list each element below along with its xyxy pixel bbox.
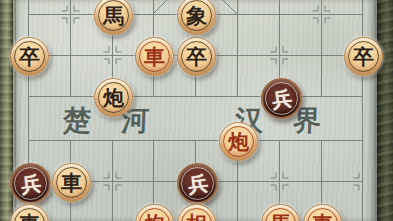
black-cannon[interactable]: 炮 [94, 78, 133, 117]
red-soldier[interactable]: 兵 [10, 163, 51, 204]
xiangqi-app-screenshot: 楚河 汉界 馬象卒車卒卒炮兵炮兵車兵車炮相馬車 [0, 0, 393, 221]
red-soldier[interactable]: 兵 [177, 163, 218, 204]
black-soldier[interactable]: 卒 [177, 37, 216, 76]
piece-character: 車 [19, 213, 40, 221]
red-chariot[interactable]: 車 [135, 37, 174, 76]
piece-character: 炮 [103, 87, 124, 108]
piece-character: 象 [186, 5, 207, 26]
black-soldier[interactable]: 卒 [344, 37, 383, 76]
piece-character: 炮 [228, 131, 249, 152]
piece-character: 兵 [186, 172, 208, 194]
piece-character: 車 [312, 213, 333, 221]
piece-character: 卒 [186, 46, 207, 67]
red-soldier[interactable]: 兵 [261, 78, 302, 119]
piece-character: 兵 [270, 87, 292, 109]
piece-character: 車 [144, 46, 165, 67]
piece-character: 卒 [19, 46, 40, 67]
piece-character: 炮 [144, 213, 165, 221]
piece-character: 馬 [270, 213, 291, 221]
piece-character: 卒 [353, 46, 374, 67]
piece-character: 相 [186, 213, 207, 221]
piece-character: 兵 [19, 172, 41, 194]
black-soldier[interactable]: 卒 [10, 37, 49, 76]
black-chariot[interactable]: 車 [52, 163, 91, 202]
piece-character: 馬 [103, 5, 124, 26]
red-cannon[interactable]: 炮 [219, 122, 258, 161]
piece-character: 車 [61, 172, 82, 193]
